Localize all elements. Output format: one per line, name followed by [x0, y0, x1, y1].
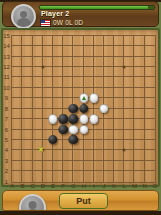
grid-cell [73, 46, 83, 56]
grid-cell [94, 171, 104, 181]
grid-cell [124, 119, 134, 129]
grid-cell [84, 77, 94, 87]
grid-cell [43, 150, 53, 160]
grid-cell [134, 130, 144, 140]
grid-cell [33, 88, 43, 98]
grid-cell [94, 140, 104, 150]
grid-cell [53, 98, 63, 108]
grid-cell [94, 46, 104, 56]
grid-cell [33, 98, 43, 108]
grid-cell [43, 67, 53, 77]
grid-cell [134, 36, 144, 46]
grid-cell [84, 36, 94, 46]
grid-cell [94, 161, 104, 171]
grid-cell [94, 150, 104, 160]
grid-cell [12, 88, 22, 98]
row-label: 14 [3, 43, 10, 49]
grid-cell [124, 77, 134, 87]
column-label: H [81, 183, 85, 189]
grid-cell [43, 88, 53, 98]
grid-cell [63, 88, 73, 98]
grid-cell [114, 161, 124, 171]
grid-cell [104, 130, 114, 140]
grid-cell [145, 46, 155, 56]
grid-cell [114, 67, 124, 77]
grid-cell [63, 150, 73, 160]
grid-cell [134, 77, 144, 87]
grid-cell [145, 119, 155, 129]
row-label: 1 [5, 179, 8, 185]
grid-cell [104, 57, 114, 67]
star-point [41, 65, 44, 68]
grid-cell [22, 98, 32, 108]
grid-cell [124, 57, 134, 67]
grid-cell [22, 119, 32, 129]
grid-cell [104, 119, 114, 129]
grid-cell [104, 67, 114, 77]
grid-cell [33, 67, 43, 77]
grid-cell [84, 67, 94, 77]
grid-cell [12, 109, 22, 119]
grid-cell [134, 171, 144, 181]
column-label: C [30, 183, 34, 189]
grid-cell [63, 77, 73, 87]
column-label: N [142, 183, 146, 189]
row-label: 11 [3, 74, 9, 80]
flag-canton [41, 20, 45, 23]
row-label: 5 [5, 137, 8, 143]
grid-cell [134, 67, 144, 77]
grid-cell [73, 171, 83, 181]
grid-cell [33, 77, 43, 87]
grid-cell [73, 77, 83, 87]
row-label: 12 [3, 64, 10, 70]
grid-cell [12, 77, 22, 87]
grid-cell [53, 46, 63, 56]
grid-cell [145, 88, 155, 98]
grid-cell [22, 67, 32, 77]
grid-cell [63, 67, 73, 77]
grid-cell [63, 171, 73, 181]
grid-cell [134, 46, 144, 56]
column-label: F [61, 183, 65, 189]
grid-cell [22, 88, 32, 98]
grid-cell [134, 57, 144, 67]
column-label: M [132, 183, 137, 189]
grid-cell [145, 171, 155, 181]
row-label: 7 [5, 116, 8, 122]
row-label: 8 [5, 106, 8, 112]
grid-cell [63, 36, 73, 46]
column-label: I [93, 183, 95, 189]
column-label: B [20, 183, 24, 189]
grid-cell [33, 130, 43, 140]
grid-cell [73, 150, 83, 160]
grid-cell [104, 161, 114, 171]
grid-cell [43, 77, 53, 87]
grid-cell [12, 161, 22, 171]
grid-cell [22, 130, 32, 140]
column-label: A [10, 183, 14, 189]
grid-cell [114, 98, 124, 108]
grid-cell [33, 161, 43, 171]
grid-cell [124, 36, 134, 46]
grid-cell [84, 57, 94, 67]
column-label: E [51, 183, 55, 189]
grid-cell [124, 171, 134, 181]
grid-cell [84, 161, 94, 171]
star-point [123, 149, 126, 152]
grid-cell [114, 36, 124, 46]
pending-move-cursor: ✕ [38, 145, 44, 152]
column-label: G [71, 183, 76, 189]
grid-cell [12, 150, 22, 160]
person-icon-body [17, 18, 30, 28]
grid-cell [53, 67, 63, 77]
grid-cell [104, 46, 114, 56]
grid-cell [22, 171, 32, 181]
put-button[interactable]: Put [59, 193, 108, 209]
grid-cell [145, 161, 155, 171]
grid-cell [63, 161, 73, 171]
grid-cell [124, 161, 134, 171]
player2-record: 0W 0L 0D [53, 19, 83, 26]
grid-cell [145, 77, 155, 87]
player1-avatar [19, 194, 46, 211]
grid-cell [145, 109, 155, 119]
row-label: 2 [5, 168, 8, 174]
grid-cell [53, 88, 63, 98]
grid-cell [124, 130, 134, 140]
grid-cell [145, 130, 155, 140]
grid-cell [114, 150, 124, 160]
grid-cell [22, 36, 32, 46]
player2-avatar [11, 4, 36, 29]
grid-cell [114, 109, 124, 119]
grid-cell [53, 77, 63, 87]
grid-cell [43, 161, 53, 171]
grid-cell [73, 36, 83, 46]
person-icon [28, 201, 37, 209]
grid-cell [53, 161, 63, 171]
grid-cell [94, 36, 104, 46]
grid-cell [22, 46, 32, 56]
row-label: 3 [5, 158, 8, 164]
grid-cell [84, 150, 94, 160]
grid-cell [22, 109, 32, 119]
grid-cell [12, 67, 22, 77]
grid-cell [124, 150, 134, 160]
grid-cell [22, 150, 32, 160]
grid-cell [114, 171, 124, 181]
gomoku-board[interactable]: 151413121110987654321ABCDEFGHIJKLMNO ✕ [1, 28, 160, 187]
grid-cell [33, 119, 43, 129]
row-label: 4 [5, 147, 8, 153]
grid-cell [22, 57, 32, 67]
person-icon [20, 11, 28, 18]
grid-cell [145, 67, 155, 77]
grid-cell [43, 36, 53, 46]
grid-cell [84, 140, 94, 150]
grid-cell [145, 36, 155, 46]
grid-cell [134, 119, 144, 129]
row-label: 15 [3, 33, 10, 39]
column-label: J [102, 183, 105, 189]
row-label: 13 [3, 54, 10, 60]
grid-cell [84, 46, 94, 56]
grid-cell [84, 171, 94, 181]
turn-timer-fill [40, 6, 148, 9]
grid-cell [145, 57, 155, 67]
grid-cell [33, 36, 43, 46]
grid-cell [134, 98, 144, 108]
grid-cell [43, 57, 53, 67]
grid-cell [104, 171, 114, 181]
grid-cell [114, 88, 124, 98]
grid-cell [73, 161, 83, 171]
grid-cell [22, 140, 32, 150]
grid-cell [94, 57, 104, 67]
grid-cell [124, 88, 134, 98]
row-label: 10 [3, 85, 10, 91]
grid-cell [124, 109, 134, 119]
grid-cell [124, 46, 134, 56]
grid-cell [43, 171, 53, 181]
grid-cell [134, 161, 144, 171]
grid-cell [104, 140, 114, 150]
grid-cell [114, 77, 124, 87]
grid-cell [145, 98, 155, 108]
star-point [123, 65, 126, 68]
grid-cell [53, 57, 63, 67]
player1-footer-panel: Put [2, 190, 159, 211]
bottom-edge-strip [0, 211, 161, 215]
grid-cell [22, 161, 32, 171]
grid-cell [94, 130, 104, 140]
grid-cell [124, 67, 134, 77]
column-label: L [123, 183, 126, 189]
grid-cell [134, 88, 144, 98]
grid-cell [94, 67, 104, 77]
grid-cell [12, 140, 22, 150]
grid-cell [22, 77, 32, 87]
column-label: O [152, 183, 157, 189]
player2-name: Player 2 [41, 10, 69, 17]
grid-cell [12, 119, 22, 129]
grid-cell [33, 109, 43, 119]
grid-cell [104, 150, 114, 160]
grid-cell [134, 150, 144, 160]
grid-cell [12, 98, 22, 108]
grid-cell [73, 67, 83, 77]
grid-cell [12, 36, 22, 46]
us-flag-icon [41, 20, 50, 26]
grid-cell [63, 57, 73, 67]
grid-cell [12, 57, 22, 67]
grid-cell [94, 77, 104, 87]
column-label: K [112, 183, 116, 189]
grid-cell [53, 36, 63, 46]
column-label: D [41, 183, 45, 189]
grid-cell [53, 171, 63, 181]
row-label: 9 [5, 95, 8, 101]
grid-cell [12, 46, 22, 56]
grid-cell [12, 171, 22, 181]
opponent-header-panel: Player 2 0W 0L 0D [2, 1, 159, 27]
grid-cell [124, 140, 134, 150]
grid-cell [73, 57, 83, 67]
grid-cell [12, 130, 22, 140]
grid-cell [104, 88, 114, 98]
grid-cell [114, 46, 124, 56]
grid-cell [43, 98, 53, 108]
grid-cell [114, 119, 124, 129]
grid-cell [134, 140, 144, 150]
last-move-marker [82, 96, 86, 100]
row-label: 6 [5, 127, 8, 133]
grid-cell [114, 130, 124, 140]
grid-cell [134, 109, 144, 119]
grid-cell [33, 46, 43, 56]
grid-cell [124, 98, 134, 108]
grid-cell [53, 150, 63, 160]
grid-cell [145, 140, 155, 150]
grid-cell [33, 171, 43, 181]
grid-cell [43, 46, 53, 56]
grid-cell [104, 36, 114, 46]
grid-cell [145, 150, 155, 160]
grid-cell [104, 77, 114, 87]
grid-cell [63, 46, 73, 56]
